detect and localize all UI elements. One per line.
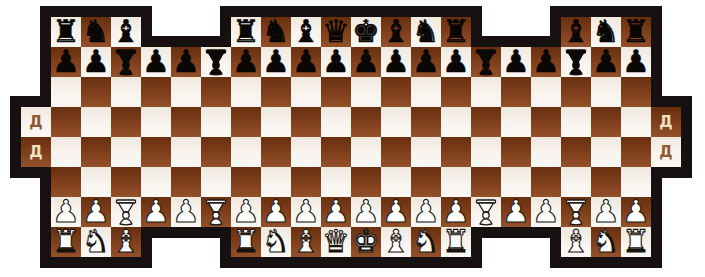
- square-r3-c0[interactable]: Д: [21, 107, 51, 137]
- white-pawn-piece: ♟: [591, 196, 621, 226]
- square-r4-c14[interactable]: [441, 137, 471, 167]
- square-r1-c1[interactable]: ♟: [51, 47, 81, 77]
- square-r7-c13[interactable]: ♞: [411, 227, 441, 257]
- square-r7-c20[interactable]: ♜: [621, 227, 651, 257]
- black-pawn-piece: ♟: [381, 46, 411, 76]
- square-r4-c15[interactable]: [471, 137, 501, 167]
- square-r2-c4[interactable]: [141, 77, 171, 107]
- square-r4-c12[interactable]: [381, 137, 411, 167]
- square-r7-c11[interactable]: ♚: [351, 227, 381, 257]
- white-pawn-piece: ♟: [321, 196, 351, 226]
- white-knight-piece: ♞: [81, 226, 111, 256]
- white-rook-piece: ♜: [51, 226, 81, 256]
- square-r1-c10[interactable]: ♟: [321, 47, 351, 77]
- black-goblet-piece-icon: [114, 48, 138, 76]
- black-pawn-piece: ♟: [261, 46, 291, 76]
- square-r1-c4[interactable]: ♟: [141, 47, 171, 77]
- square-r3-c11[interactable]: [351, 107, 381, 137]
- square-r6-c5[interactable]: ♟: [171, 197, 201, 227]
- square-r3-c6[interactable]: [201, 107, 231, 137]
- square-r1-c12[interactable]: ♟: [381, 47, 411, 77]
- square-r3-c19[interactable]: [591, 107, 621, 137]
- black-pawn-piece: ♟: [591, 46, 621, 76]
- square-r4-c21[interactable]: Д: [651, 137, 681, 167]
- square-r2-c2[interactable]: [81, 77, 111, 107]
- white-goblet-piece-icon: [204, 198, 228, 226]
- square-r4-c0[interactable]: Д: [21, 137, 51, 167]
- square-r1-c7[interactable]: ♟: [231, 47, 261, 77]
- square-r0-c3[interactable]: ♝: [111, 17, 141, 47]
- square-r2-c10[interactable]: [321, 77, 351, 107]
- square-r3-c5[interactable]: [171, 107, 201, 137]
- square-r4-c19[interactable]: [591, 137, 621, 167]
- black-pawn-piece: ♟: [231, 46, 261, 76]
- square-r1-c11[interactable]: ♟: [351, 47, 381, 77]
- white-pawn-piece: ♟: [261, 196, 291, 226]
- square-r5-c6[interactable]: [201, 167, 231, 197]
- black-pawn-piece: ♟: [171, 46, 201, 76]
- black-rook-piece: ♜: [231, 16, 261, 46]
- square-r3-c20[interactable]: [621, 107, 651, 137]
- square-r2-c17[interactable]: [531, 77, 561, 107]
- square-r3-c8[interactable]: [261, 107, 291, 137]
- white-bishop-piece: ♝: [561, 226, 591, 256]
- square-r2-c7[interactable]: [231, 77, 261, 107]
- white-pawn-piece: ♟: [381, 196, 411, 226]
- square-r2-c12[interactable]: [381, 77, 411, 107]
- square-r7-c9[interactable]: ♝: [291, 227, 321, 257]
- white-pawn-piece: ♟: [231, 196, 261, 226]
- d-square-letter: Д: [659, 137, 672, 167]
- square-r1-c3[interactable]: [111, 47, 141, 77]
- square-r3-c4[interactable]: [141, 107, 171, 137]
- black-pawn-piece: ♟: [501, 46, 531, 76]
- black-bishop-piece: ♝: [381, 16, 411, 46]
- square-r5-c18[interactable]: [561, 167, 591, 197]
- black-rook-piece: ♜: [441, 16, 471, 46]
- square-r3-c16[interactable]: [501, 107, 531, 137]
- square-r3-c13[interactable]: [411, 107, 441, 137]
- square-r3-c1[interactable]: [51, 107, 81, 137]
- white-rook-piece: ♜: [441, 226, 471, 256]
- square-r4-c3[interactable]: [111, 137, 141, 167]
- square-r4-c13[interactable]: [411, 137, 441, 167]
- square-r6-c6[interactable]: [201, 197, 231, 227]
- square-r7-c19[interactable]: ♞: [591, 227, 621, 257]
- black-pawn-piece: ♟: [51, 46, 81, 76]
- square-r1-c5[interactable]: ♟: [171, 47, 201, 77]
- white-knight-piece: ♞: [411, 226, 441, 256]
- black-queen-piece: ♛: [321, 16, 351, 46]
- square-r0-c18[interactable]: ♝: [561, 17, 591, 47]
- square-r3-c15[interactable]: [471, 107, 501, 137]
- black-knight-piece: ♞: [81, 16, 111, 46]
- square-r3-c3[interactable]: [111, 107, 141, 137]
- square-r1-c13[interactable]: ♟: [411, 47, 441, 77]
- square-r2-c20[interactable]: [621, 77, 651, 107]
- square-r3-c2[interactable]: [81, 107, 111, 137]
- square-r3-c9[interactable]: [291, 107, 321, 137]
- white-rook-piece: ♜: [621, 226, 651, 256]
- black-bishop-piece: ♝: [291, 16, 321, 46]
- square-r3-c21[interactable]: Д: [651, 107, 681, 137]
- square-r1-c20[interactable]: ♟: [621, 47, 651, 77]
- square-r7-c14[interactable]: ♜: [441, 227, 471, 257]
- square-r2-c5[interactable]: [171, 77, 201, 107]
- square-r3-c14[interactable]: [441, 107, 471, 137]
- white-knight-piece: ♞: [261, 226, 291, 256]
- square-r1-c9[interactable]: ♟: [291, 47, 321, 77]
- square-r2-c11[interactable]: [351, 77, 381, 107]
- square-r1-c19[interactable]: ♟: [591, 47, 621, 77]
- square-r2-c19[interactable]: [591, 77, 621, 107]
- black-pawn-piece: ♟: [81, 46, 111, 76]
- white-pawn-piece: ♟: [351, 196, 381, 226]
- white-knight-piece: ♞: [591, 226, 621, 256]
- square-r2-c1[interactable]: [51, 77, 81, 107]
- black-pawn-piece: ♟: [141, 46, 171, 76]
- white-queen-piece: ♛: [321, 226, 351, 256]
- square-r5-c3[interactable]: [111, 167, 141, 197]
- square-r7-c12[interactable]: ♝: [381, 227, 411, 257]
- square-r3-c10[interactable]: [321, 107, 351, 137]
- black-pawn-piece: ♟: [291, 46, 321, 76]
- white-goblet-piece-icon: [474, 198, 498, 226]
- square-r2-c16[interactable]: [501, 77, 531, 107]
- square-r7-c1[interactable]: ♜: [51, 227, 81, 257]
- game-board: ♜♞♝♜♞♝♛♚♝♞♜♝♞♜♟♟♟♟♟♟♟♟♟♟♟♟♟♟♟♟ДДДД♟♟♟♟♟♟…: [0, 0, 705, 277]
- white-rook-piece: ♜: [231, 226, 261, 256]
- square-r1-c16[interactable]: ♟: [501, 47, 531, 77]
- square-r6-c15[interactable]: [471, 197, 501, 227]
- square-r2-c9[interactable]: [291, 77, 321, 107]
- white-bishop-piece: ♝: [291, 226, 321, 256]
- black-pawn-piece: ♟: [321, 46, 351, 76]
- square-r4-c16[interactable]: [501, 137, 531, 167]
- square-r4-c17[interactable]: [531, 137, 561, 167]
- square-r3-c17[interactable]: [531, 107, 561, 137]
- square-r7-c7[interactable]: ♜: [231, 227, 261, 257]
- square-r1-c17[interactable]: ♟: [531, 47, 561, 77]
- black-pawn-piece: ♟: [531, 46, 561, 76]
- square-r5-c15[interactable]: [471, 167, 501, 197]
- square-r6-c17[interactable]: ♟: [531, 197, 561, 227]
- white-pawn-piece: ♟: [81, 196, 111, 226]
- square-r3-c12[interactable]: [381, 107, 411, 137]
- white-bishop-piece: ♝: [381, 226, 411, 256]
- square-r2-c13[interactable]: [411, 77, 441, 107]
- white-bishop-piece: ♝: [111, 226, 141, 256]
- square-r6-c4[interactable]: ♟: [141, 197, 171, 227]
- square-r2-c14[interactable]: [441, 77, 471, 107]
- square-r4-c8[interactable]: [261, 137, 291, 167]
- square-r4-c6[interactable]: [201, 137, 231, 167]
- square-r7-c3[interactable]: ♝: [111, 227, 141, 257]
- square-r4-c20[interactable]: [621, 137, 651, 167]
- white-pawn-piece: ♟: [621, 196, 651, 226]
- square-r7-c18[interactable]: ♝: [561, 227, 591, 257]
- black-goblet-piece-icon: [564, 48, 588, 76]
- square-r7-c8[interactable]: ♞: [261, 227, 291, 257]
- square-r4-c11[interactable]: [351, 137, 381, 167]
- white-pawn-piece: ♟: [141, 196, 171, 226]
- square-r1-c18[interactable]: [561, 47, 591, 77]
- d-square-letter: Д: [29, 107, 42, 137]
- square-r1-c6[interactable]: [201, 47, 231, 77]
- d-square-letter: Д: [29, 137, 42, 167]
- black-bishop-piece: ♝: [111, 16, 141, 46]
- square-r2-c6[interactable]: [201, 77, 231, 107]
- white-pawn-piece: ♟: [531, 196, 561, 226]
- black-pawn-piece: ♟: [621, 46, 651, 76]
- square-r4-c5[interactable]: [171, 137, 201, 167]
- black-rook-piece: ♜: [621, 16, 651, 46]
- square-r4-c4[interactable]: [141, 137, 171, 167]
- square-r4-c2[interactable]: [81, 137, 111, 167]
- white-pawn-piece: ♟: [441, 196, 471, 226]
- white-king-piece: ♚: [351, 226, 381, 256]
- black-knight-piece: ♞: [261, 16, 291, 46]
- black-goblet-piece-icon: [204, 48, 228, 76]
- black-pawn-piece: ♟: [411, 46, 441, 76]
- square-r2-c15[interactable]: [471, 77, 501, 107]
- square-r1-c15[interactable]: [471, 47, 501, 77]
- white-pawn-piece: ♟: [51, 196, 81, 226]
- black-king-piece: ♚: [351, 16, 381, 46]
- square-r6-c16[interactable]: ♟: [501, 197, 531, 227]
- square-r1-c2[interactable]: ♟: [81, 47, 111, 77]
- black-pawn-piece: ♟: [441, 46, 471, 76]
- white-pawn-piece: ♟: [501, 196, 531, 226]
- square-r1-c8[interactable]: ♟: [261, 47, 291, 77]
- square-r3-c18[interactable]: [561, 107, 591, 137]
- square-r4-c9[interactable]: [291, 137, 321, 167]
- d-square-letter: Д: [659, 107, 672, 137]
- white-pawn-piece: ♟: [291, 196, 321, 226]
- black-pawn-piece: ♟: [351, 46, 381, 76]
- square-r2-c8[interactable]: [261, 77, 291, 107]
- square-r3-c7[interactable]: [231, 107, 261, 137]
- square-r7-c2[interactable]: ♞: [81, 227, 111, 257]
- black-rook-piece: ♜: [51, 16, 81, 46]
- black-knight-piece: ♞: [591, 16, 621, 46]
- black-knight-piece: ♞: [411, 16, 441, 46]
- square-r7-c10[interactable]: ♛: [321, 227, 351, 257]
- square-r2-c3[interactable]: [111, 77, 141, 107]
- square-r4-c1[interactable]: [51, 137, 81, 167]
- black-bishop-piece: ♝: [561, 16, 591, 46]
- square-r4-c7[interactable]: [231, 137, 261, 167]
- square-r4-c10[interactable]: [321, 137, 351, 167]
- white-pawn-piece: ♟: [171, 196, 201, 226]
- black-goblet-piece-icon: [474, 48, 498, 76]
- square-r1-c14[interactable]: ♟: [441, 47, 471, 77]
- square-r2-c18[interactable]: [561, 77, 591, 107]
- square-r4-c18[interactable]: [561, 137, 591, 167]
- white-pawn-piece: ♟: [411, 196, 441, 226]
